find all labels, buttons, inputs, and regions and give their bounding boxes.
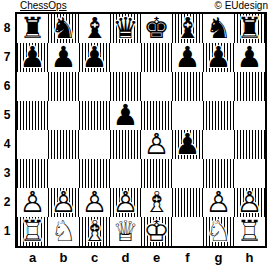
black-pawn-backing: ♟: [79, 43, 110, 72]
white-bishop-backing: ♝: [141, 188, 172, 217]
square-h5: [234, 101, 265, 130]
black-king: ♚: [141, 14, 172, 43]
square-h6: [234, 72, 265, 101]
black-pawn-backing: ♟: [110, 101, 141, 130]
square-g2: ♟♙: [203, 188, 234, 217]
black-pawn: ♟: [79, 43, 110, 72]
square-e7: [141, 43, 172, 72]
square-f5: [172, 101, 203, 130]
white-bishop: ♗: [141, 188, 172, 217]
square-e8: ♚♚: [141, 14, 172, 43]
square-g5: [203, 101, 234, 130]
rank-label-5: 5: [0, 101, 14, 130]
rank-label-4: 4: [0, 130, 14, 159]
white-knight: ♘: [48, 217, 79, 246]
rank-label-7: 7: [0, 43, 14, 72]
rank-label-8: 8: [0, 14, 14, 43]
square-e4: ♟♙: [141, 130, 172, 159]
square-a3: [17, 159, 48, 188]
square-d3: [110, 159, 141, 188]
rank-label-6: 6: [0, 72, 14, 101]
square-d5: ♟♟: [110, 101, 141, 130]
square-b3: [48, 159, 79, 188]
square-h8: ♜♜: [234, 14, 265, 43]
black-pawn-backing: ♟: [172, 130, 203, 159]
square-c4: [79, 130, 110, 159]
file-label-g: g: [203, 250, 234, 266]
square-f3: [172, 159, 203, 188]
file-label-c: c: [79, 250, 110, 266]
square-e5: [141, 101, 172, 130]
white-knight-backing: ♞: [203, 217, 234, 246]
black-bishop-backing: ♝: [79, 14, 110, 43]
black-king-backing: ♚: [141, 14, 172, 43]
square-g4: [203, 130, 234, 159]
white-knight-backing: ♞: [48, 217, 79, 246]
square-a8: ♜♜: [17, 14, 48, 43]
square-a5: [17, 101, 48, 130]
white-pawn: ♙: [48, 188, 79, 217]
white-pawn: ♙: [79, 188, 110, 217]
square-e3: [141, 159, 172, 188]
square-f4: ♟♟: [172, 130, 203, 159]
white-rook: ♖: [17, 217, 48, 246]
black-pawn: ♟: [48, 43, 79, 72]
black-knight: ♞: [203, 14, 234, 43]
square-g8: ♞♞: [203, 14, 234, 43]
black-pawn-backing: ♟: [17, 43, 48, 72]
white-pawn-backing: ♟: [110, 188, 141, 217]
square-b2: ♟♙: [48, 188, 79, 217]
file-label-f: f: [172, 250, 203, 266]
square-h2: ♟♙: [234, 188, 265, 217]
square-h4: [234, 130, 265, 159]
square-b5: [48, 101, 79, 130]
white-pawn-backing: ♟: [48, 188, 79, 217]
file-label-e: e: [141, 250, 172, 266]
square-e1: ♚♔: [141, 217, 172, 246]
header: ChessOps © EUdesign: [0, 0, 270, 11]
black-pawn: ♟: [203, 43, 234, 72]
white-pawn-backing: ♟: [17, 188, 48, 217]
white-bishop: ♗: [79, 217, 110, 246]
black-pawn: ♟: [110, 101, 141, 130]
square-a6: [17, 72, 48, 101]
black-queen: ♛: [110, 14, 141, 43]
square-b4: [48, 130, 79, 159]
square-h3: [234, 159, 265, 188]
black-pawn-backing: ♟: [48, 43, 79, 72]
file-label-a: a: [17, 250, 48, 266]
square-a1: ♜♖: [17, 217, 48, 246]
white-pawn-backing: ♟: [79, 188, 110, 217]
black-queen-backing: ♛: [110, 14, 141, 43]
square-a2: ♟♙: [17, 188, 48, 217]
black-knight: ♞: [48, 14, 79, 43]
copyright-credit: © EUdesign: [214, 0, 268, 11]
black-rook-backing: ♜: [17, 14, 48, 43]
square-d8: ♛♛: [110, 14, 141, 43]
square-c2: ♟♙: [79, 188, 110, 217]
square-d2: ♟♙: [110, 188, 141, 217]
black-knight-backing: ♞: [203, 14, 234, 43]
square-d6: [110, 72, 141, 101]
white-pawn: ♙: [234, 188, 265, 217]
square-f2: [172, 188, 203, 217]
white-pawn-backing: ♟: [203, 188, 234, 217]
chessops-link[interactable]: ChessOps: [20, 0, 67, 11]
square-e6: [141, 72, 172, 101]
rank-label-2: 2: [0, 188, 14, 217]
square-f1: [172, 217, 203, 246]
white-pawn-backing: ♟: [141, 130, 172, 159]
white-rook-backing: ♜: [234, 217, 265, 246]
square-g7: ♟♟: [203, 43, 234, 72]
black-pawn-backing: ♟: [203, 43, 234, 72]
chessops-diagram-page: ChessOps © EUdesign 87654321 ♜♜♞♞♝♝♛♛♚♚♝…: [0, 0, 270, 270]
rank-label-3: 3: [0, 159, 14, 188]
square-g3: [203, 159, 234, 188]
black-bishop: ♝: [79, 14, 110, 43]
square-b1: ♞♘: [48, 217, 79, 246]
square-e2: ♝♗: [141, 188, 172, 217]
white-king: ♔: [141, 217, 172, 246]
rank-label-1: 1: [0, 217, 14, 246]
black-pawn: ♟: [234, 43, 265, 72]
white-queen-backing: ♛: [110, 217, 141, 246]
square-c6: [79, 72, 110, 101]
square-c8: ♝♝: [79, 14, 110, 43]
file-labels: abcdefgh: [17, 250, 265, 266]
black-rook: ♜: [234, 14, 265, 43]
rank-labels: 87654321: [0, 14, 14, 246]
white-rook-backing: ♜: [17, 217, 48, 246]
white-king-backing: ♚: [141, 217, 172, 246]
square-d4: [110, 130, 141, 159]
square-c3: [79, 159, 110, 188]
file-label-d: d: [110, 250, 141, 266]
square-c1: ♝♗: [79, 217, 110, 246]
square-g6: [203, 72, 234, 101]
black-knight-backing: ♞: [48, 14, 79, 43]
black-pawn: ♟: [17, 43, 48, 72]
black-rook: ♜: [17, 14, 48, 43]
white-pawn: ♙: [110, 188, 141, 217]
white-pawn: ♙: [203, 188, 234, 217]
white-bishop-backing: ♝: [79, 217, 110, 246]
square-a4: [17, 130, 48, 159]
square-a7: ♟♟: [17, 43, 48, 72]
square-d1: ♛♕: [110, 217, 141, 246]
white-pawn-backing: ♟: [234, 188, 265, 217]
black-pawn: ♟: [172, 43, 203, 72]
white-pawn: ♙: [141, 130, 172, 159]
square-b6: [48, 72, 79, 101]
square-f7: ♟♟: [172, 43, 203, 72]
square-b8: ♞♞: [48, 14, 79, 43]
black-bishop: ♝: [172, 14, 203, 43]
square-d7: [110, 43, 141, 72]
black-pawn: ♟: [172, 130, 203, 159]
chess-board: ♜♜♞♞♝♝♛♛♚♚♝♝♞♞♜♜♟♟♟♟♟♟♟♟♟♟♟♟♟♟♟♙♟♟♟♙♟♙♟♙…: [15, 12, 267, 248]
square-f8: ♝♝: [172, 14, 203, 43]
white-rook: ♖: [234, 217, 265, 246]
square-f6: [172, 72, 203, 101]
square-h1: ♜♖: [234, 217, 265, 246]
file-label-h: h: [234, 250, 265, 266]
square-g1: ♞♘: [203, 217, 234, 246]
square-h7: ♟♟: [234, 43, 265, 72]
white-pawn: ♙: [17, 188, 48, 217]
square-c7: ♟♟: [79, 43, 110, 72]
white-knight: ♘: [203, 217, 234, 246]
white-queen: ♕: [110, 217, 141, 246]
square-b7: ♟♟: [48, 43, 79, 72]
black-pawn-backing: ♟: [234, 43, 265, 72]
black-pawn-backing: ♟: [172, 43, 203, 72]
black-rook-backing: ♜: [234, 14, 265, 43]
black-bishop-backing: ♝: [172, 14, 203, 43]
square-c5: [79, 101, 110, 130]
file-label-b: b: [48, 250, 79, 266]
